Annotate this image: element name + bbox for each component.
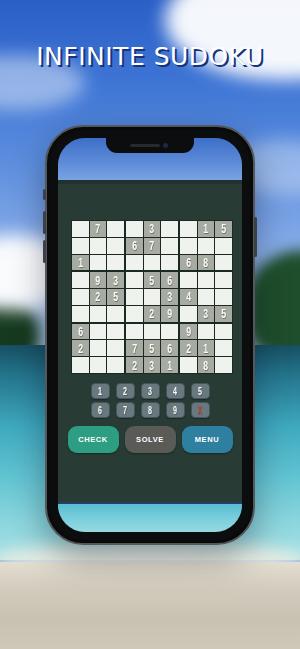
cell-digit: 1 — [78, 256, 83, 269]
sudoku-cell-r2c1[interactable] — [72, 238, 89, 254]
cell-digit: 3 — [167, 290, 172, 303]
sudoku-cell-r5c2[interactable]: 2 — [90, 289, 107, 305]
sudoku-box-6: 435 — [180, 272, 232, 321]
camera-icon — [163, 143, 168, 148]
cell-digit: 3 — [150, 359, 155, 372]
sudoku-cell-r1c1[interactable] — [72, 221, 89, 237]
menu-button[interactable]: MENU — [182, 426, 233, 453]
keypad-row-1: 12345 — [91, 383, 210, 399]
keypad-row-2: 6789X — [91, 402, 210, 418]
sudoku-cell-r5c5[interactable] — [144, 289, 161, 305]
sudoku-cell-r3c8[interactable]: 8 — [198, 255, 215, 271]
sudoku-cell-r4c5[interactable]: 5 — [144, 272, 161, 288]
sudoku-cell-r1c8[interactable]: 1 — [198, 221, 215, 237]
sudoku-cell-r2c8[interactable] — [198, 238, 215, 254]
delete-key[interactable]: X — [191, 402, 210, 418]
sudoku-cell-r5c3[interactable]: 5 — [107, 289, 124, 305]
sudoku-cell-r3c6[interactable] — [161, 255, 178, 271]
delete-icon: X — [198, 405, 202, 416]
solve-button[interactable]: SOLVE — [125, 426, 176, 453]
key-1[interactable]: 1 — [91, 383, 110, 399]
sudoku-cell-r7c9[interactable] — [215, 324, 232, 340]
cell-digit: 6 — [167, 342, 172, 355]
sudoku-cell-r9c4[interactable]: 2 — [126, 357, 143, 373]
sudoku-cell-r7c8[interactable] — [198, 324, 215, 340]
sudoku-cell-r8c5[interactable]: 5 — [144, 340, 161, 356]
sudoku-cell-r8c1[interactable]: 2 — [72, 340, 89, 356]
volume-down-button — [43, 240, 46, 263]
key-digit: 8 — [148, 405, 152, 416]
sudoku-box-2: 367 — [126, 221, 178, 270]
key-4[interactable]: 4 — [166, 383, 185, 399]
cell-digit: 1 — [167, 359, 172, 372]
sudoku-cell-r1c5[interactable]: 3 — [144, 221, 161, 237]
cell-digit: 2 — [150, 307, 155, 320]
sudoku-cell-r2c2[interactable] — [90, 238, 107, 254]
sudoku-cell-r9c8[interactable]: 8 — [198, 357, 215, 373]
cell-digit: 6 — [78, 325, 83, 338]
sudoku-cell-r5c6[interactable]: 3 — [161, 289, 178, 305]
keypad: 123456789X — [58, 383, 242, 418]
sudoku-cell-r2c6[interactable] — [161, 238, 178, 254]
page-title: INFINITE SUDOKU — [0, 42, 300, 71]
sudoku-cell-r4c6[interactable]: 6 — [161, 272, 178, 288]
sudoku-box-7: 62 — [72, 324, 124, 373]
cell-digit: 2 — [186, 342, 191, 355]
key-digit: 9 — [173, 405, 177, 416]
sudoku-cell-r7c3[interactable] — [107, 324, 124, 340]
sudoku-cell-r7c1[interactable]: 6 — [72, 324, 89, 340]
sudoku-cell-r8c9[interactable] — [215, 340, 232, 356]
sudoku-cell-r3c5[interactable] — [144, 255, 161, 271]
key-5[interactable]: 5 — [191, 383, 210, 399]
cell-digit: 3 — [150, 222, 155, 235]
cell-digit: 2 — [132, 359, 137, 372]
sudoku-cell-r5c8[interactable] — [198, 289, 215, 305]
key-digit: 7 — [123, 405, 127, 416]
key-digit: 3 — [148, 386, 152, 397]
cell-digit: 5 — [150, 342, 155, 355]
key-2[interactable]: 2 — [116, 383, 135, 399]
cell-digit: 3 — [113, 274, 118, 287]
power-button — [254, 217, 257, 257]
sudoku-box-8: 756231 — [126, 324, 178, 373]
cell-digit: 5 — [221, 222, 226, 235]
cell-digit: 8 — [204, 359, 209, 372]
cell-digit: 1 — [204, 342, 209, 355]
sudoku-cell-r4c4[interactable] — [126, 272, 143, 288]
sudoku-cell-r3c4[interactable] — [126, 255, 143, 271]
cell-digit: 7 — [96, 222, 101, 235]
key-3[interactable]: 3 — [141, 383, 160, 399]
sudoku-box-9: 9218 — [180, 324, 232, 373]
sudoku-cell-r2c7[interactable] — [180, 238, 197, 254]
app-top-strip — [58, 180, 242, 184]
action-buttons: CHECKSOLVEMENU — [58, 426, 242, 453]
sudoku-cell-r7c2[interactable] — [90, 324, 107, 340]
cell-digit: 6 — [132, 239, 137, 252]
cell-digit: 9 — [167, 307, 172, 320]
sudoku-cell-r3c2[interactable] — [90, 255, 107, 271]
key-8[interactable]: 8 — [141, 402, 160, 418]
sudoku-cell-r8c4[interactable]: 7 — [126, 340, 143, 356]
sudoku-cell-r9c9[interactable] — [215, 357, 232, 373]
sudoku-cell-r1c2[interactable]: 7 — [90, 221, 107, 237]
sudoku-cell-r5c9[interactable] — [215, 289, 232, 305]
key-digit: 1 — [98, 386, 102, 397]
volume-up-button — [43, 211, 46, 234]
sudoku-cell-r5c4[interactable] — [126, 289, 143, 305]
speaker-icon — [130, 144, 160, 147]
sudoku-cell-r1c9[interactable]: 5 — [215, 221, 232, 237]
screenshot-stage: INFINITE SUDOKU 713671568932556329435627… — [0, 0, 300, 649]
key-digit: 6 — [98, 405, 102, 416]
sudoku-cell-r2c9[interactable] — [215, 238, 232, 254]
cell-digit: 5 — [221, 307, 226, 320]
sudoku-box-3: 1568 — [180, 221, 232, 270]
sudoku-cell-r9c2[interactable] — [90, 357, 107, 373]
cell-digit: 4 — [186, 290, 191, 303]
sudoku-cell-r2c5[interactable]: 7 — [144, 238, 161, 254]
sudoku-cell-r3c1[interactable]: 1 — [72, 255, 89, 271]
sudoku-cell-r5c1[interactable] — [72, 289, 89, 305]
cell-digit: 9 — [96, 274, 101, 287]
sudoku-box-4: 9325 — [72, 272, 124, 321]
sudoku-cell-r1c3[interactable] — [107, 221, 124, 237]
sudoku-cell-r9c5[interactable]: 3 — [144, 357, 161, 373]
sudoku-cell-r1c7[interactable] — [180, 221, 197, 237]
sudoku-cell-r5c7[interactable]: 4 — [180, 289, 197, 305]
sudoku-cell-r4c7[interactable] — [180, 272, 197, 288]
cell-digit: 3 — [204, 307, 209, 320]
key-7[interactable]: 7 — [116, 402, 135, 418]
key-digit: 5 — [198, 386, 202, 397]
sudoku-cell-r3c9[interactable] — [215, 255, 232, 271]
key-9[interactable]: 9 — [166, 402, 185, 418]
sudoku-cell-r8c6[interactable]: 6 — [161, 340, 178, 356]
sudoku-cell-r6c4[interactable] — [126, 306, 143, 322]
sudoku-cell-r4c8[interactable] — [198, 272, 215, 288]
sudoku-cell-r7c5[interactable] — [144, 324, 161, 340]
sudoku-cell-r2c3[interactable] — [107, 238, 124, 254]
phone-screen: 713671568932556329435627562319218 123456… — [58, 138, 242, 532]
background-beach — [0, 562, 300, 649]
sudoku-box-1: 71 — [72, 221, 124, 270]
sudoku-cell-r6c8[interactable]: 3 — [198, 306, 215, 322]
sudoku-box-5: 56329 — [126, 272, 178, 321]
sudoku-cell-r7c7[interactable]: 9 — [180, 324, 197, 340]
sudoku-cell-r4c3[interactable]: 3 — [107, 272, 124, 288]
sudoku-cell-r9c1[interactable] — [72, 357, 89, 373]
cell-digit: 8 — [204, 256, 209, 269]
cell-digit: 9 — [186, 325, 191, 338]
sudoku-cell-r4c9[interactable] — [215, 272, 232, 288]
key-6[interactable]: 6 — [91, 402, 110, 418]
cell-digit: 1 — [204, 222, 209, 235]
sudoku-cell-r8c8[interactable]: 1 — [198, 340, 215, 356]
cell-digit: 7 — [150, 239, 155, 252]
sudoku-cell-r4c1[interactable] — [72, 272, 89, 288]
sudoku-cell-r4c2[interactable]: 9 — [90, 272, 107, 288]
sudoku-cell-r3c7[interactable]: 6 — [180, 255, 197, 271]
key-digit: 4 — [173, 386, 177, 397]
sudoku-cell-r3c3[interactable] — [107, 255, 124, 271]
cell-digit: 7 — [132, 342, 137, 355]
sudoku-cell-r6c7[interactable] — [180, 306, 197, 322]
phone-frame: 713671568932556329435627562319218 123456… — [45, 125, 255, 545]
sudoku-grid: 713671568932556329435627562319218 — [71, 220, 233, 374]
cell-digit: 6 — [186, 256, 191, 269]
cell-digit: 2 — [96, 290, 101, 303]
sudoku-cell-r8c3[interactable] — [107, 340, 124, 356]
sudoku-cell-r6c2[interactable] — [90, 306, 107, 322]
cell-digit: 2 — [78, 342, 83, 355]
cell-digit: 6 — [167, 274, 172, 287]
sudoku-cell-r1c6[interactable] — [161, 221, 178, 237]
screen-sea-band — [58, 502, 242, 532]
sudoku-cell-r8c7[interactable]: 2 — [180, 340, 197, 356]
sudoku-cell-r7c6[interactable] — [161, 324, 178, 340]
cell-digit: 5 — [113, 290, 118, 303]
sudoku-cell-r9c7[interactable] — [180, 357, 197, 373]
sudoku-cell-r2c4[interactable]: 6 — [126, 238, 143, 254]
sudoku-cell-r1c4[interactable] — [126, 221, 143, 237]
sudoku-cell-r6c9[interactable]: 5 — [215, 306, 232, 322]
sudoku-cell-r9c3[interactable] — [107, 357, 124, 373]
sudoku-cell-r6c5[interactable]: 2 — [144, 306, 161, 322]
sudoku-cell-r9c6[interactable]: 1 — [161, 357, 178, 373]
sudoku-app: 713671568932556329435627562319218 123456… — [58, 180, 242, 502]
key-digit: 2 — [123, 386, 127, 397]
check-button[interactable]: CHECK — [68, 426, 119, 453]
sudoku-cell-r6c6[interactable]: 9 — [161, 306, 178, 322]
cell-digit: 5 — [150, 274, 155, 287]
sudoku-cell-r6c3[interactable] — [107, 306, 124, 322]
mute-switch — [43, 189, 46, 200]
sudoku-cell-r6c1[interactable] — [72, 306, 89, 322]
sudoku-cell-r7c4[interactable] — [126, 324, 143, 340]
sudoku-cell-r8c2[interactable] — [90, 340, 107, 356]
